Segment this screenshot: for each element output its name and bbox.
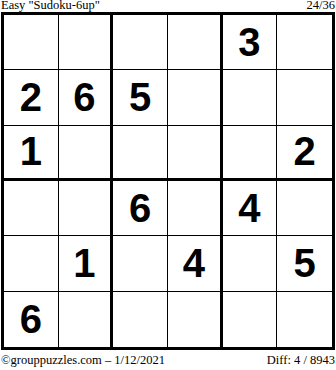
difficulty-text: Diff: 4 / 8943 (267, 353, 335, 367)
cell-r3c5-empty[interactable] (223, 126, 278, 181)
cell-r4c2-empty[interactable] (59, 181, 114, 236)
cell-r4c4-empty[interactable] (168, 181, 223, 236)
cell-r4c6-empty[interactable] (277, 181, 332, 236)
cell-r3c3-empty[interactable] (113, 126, 168, 181)
cell-r1c6-empty[interactable] (277, 15, 332, 70)
cell-r1c5-given: 3 (223, 15, 278, 70)
cell-r2c5-empty[interactable] (223, 70, 278, 125)
copyright-text: ©grouppuzzles.com – 1/12/2021 (1, 353, 165, 367)
cell-r6c5-empty[interactable] (223, 292, 278, 347)
cell-r5c5-empty[interactable] (223, 236, 278, 291)
cell-r5c1-empty[interactable] (4, 236, 59, 291)
puzzle-title: Easy "Sudoku-6up" (1, 0, 100, 12)
cell-r5c6-given: 5 (277, 236, 332, 291)
puzzle-progress: 24/36 (307, 0, 335, 12)
cell-r5c2-given: 1 (59, 236, 114, 291)
cell-r6c6-empty[interactable] (277, 292, 332, 347)
cell-r2c1-given: 2 (4, 70, 59, 125)
cell-r5c3-empty[interactable] (113, 236, 168, 291)
cell-r5c4-given: 4 (168, 236, 223, 291)
puzzle-footer: ©grouppuzzles.com – 1/12/2021 Diff: 4 / … (1, 353, 335, 367)
cell-r2c3-given: 5 (113, 70, 168, 125)
cell-r2c6-empty[interactable] (277, 70, 332, 125)
cell-r4c1-empty[interactable] (4, 181, 59, 236)
cell-r1c3-empty[interactable] (113, 15, 168, 70)
sudoku-board: 326512641456 (1, 12, 335, 350)
cell-r2c2-given: 6 (59, 70, 114, 125)
cell-r1c1-empty[interactable] (4, 15, 59, 70)
cell-r3c2-empty[interactable] (59, 126, 114, 181)
cell-r6c2-empty[interactable] (59, 292, 114, 347)
cell-r3c1-given: 1 (4, 126, 59, 181)
cell-r4c5-given: 4 (223, 181, 278, 236)
cell-r3c4-empty[interactable] (168, 126, 223, 181)
cell-r1c2-empty[interactable] (59, 15, 114, 70)
cell-r1c4-empty[interactable] (168, 15, 223, 70)
cell-r6c4-empty[interactable] (168, 292, 223, 347)
cell-r4c3-given: 6 (113, 181, 168, 236)
cell-r2c4-empty[interactable] (168, 70, 223, 125)
puzzle-header: Easy "Sudoku-6up" 24/36 (1, 0, 335, 12)
cell-r6c3-empty[interactable] (113, 292, 168, 347)
cell-r3c6-given: 2 (277, 126, 332, 181)
cell-r6c1-given: 6 (4, 292, 59, 347)
